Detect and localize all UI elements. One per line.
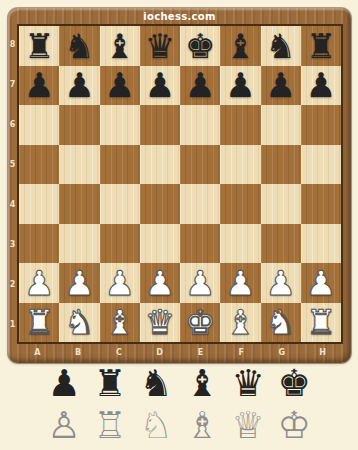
square-e8[interactable]: ♚	[180, 26, 220, 66]
tray-black-rook[interactable]: ♜	[93, 362, 127, 406]
rank-labels: 87654321	[8, 24, 17, 344]
piece-white-pawn[interactable]: ♟	[306, 266, 336, 300]
square-f3[interactable]	[220, 224, 260, 264]
square-f5[interactable]	[220, 145, 260, 185]
square-b3[interactable]	[59, 224, 99, 264]
rank-label-2: 2	[8, 264, 17, 304]
tray-white-king[interactable]: ♔	[277, 404, 311, 448]
square-f4[interactable]	[220, 184, 260, 224]
chess-board: iochess.com 87654321 ♜♞♝♛♚♝♞♜♟♟♟♟♟♟♟♟♟♟♟…	[8, 8, 351, 363]
square-c1[interactable]: ♝	[100, 303, 140, 343]
piece-white-bishop[interactable]: ♝	[225, 305, 255, 339]
square-h6[interactable]	[301, 105, 341, 145]
piece-white-pawn[interactable]: ♟	[24, 266, 54, 300]
square-d2[interactable]: ♟	[140, 263, 180, 303]
rank-label-1: 1	[8, 304, 17, 344]
board-title: iochess.com	[8, 8, 351, 24]
square-c3[interactable]	[100, 224, 140, 264]
square-d8[interactable]: ♛	[140, 26, 180, 66]
square-a6[interactable]	[19, 105, 59, 145]
square-g6[interactable]	[261, 105, 301, 145]
rank-label-7: 7	[8, 64, 17, 104]
square-f2[interactable]: ♟	[220, 263, 260, 303]
square-e3[interactable]	[180, 224, 220, 264]
rank-label-6: 6	[8, 104, 17, 144]
piece-white-king[interactable]: ♚	[185, 305, 215, 339]
piece-black-pawn[interactable]: ♟	[64, 68, 94, 102]
piece-black-knight[interactable]: ♞	[265, 29, 295, 63]
piece-white-rook[interactable]: ♜	[306, 305, 336, 339]
square-h3[interactable]	[301, 224, 341, 264]
square-e4[interactable]	[180, 184, 220, 224]
piece-black-bishop[interactable]: ♝	[225, 29, 255, 63]
tray-black-king[interactable]: ♚	[277, 362, 311, 406]
square-e5[interactable]	[180, 145, 220, 185]
square-h7[interactable]: ♟	[301, 66, 341, 106]
tray-white-knight[interactable]: ♘	[139, 404, 173, 448]
square-a1[interactable]: ♜	[19, 303, 59, 343]
piece-black-king[interactable]: ♚	[185, 29, 215, 63]
piece-black-pawn[interactable]: ♟	[185, 68, 215, 102]
square-d1[interactable]: ♛	[140, 303, 180, 343]
square-a8[interactable]: ♜	[19, 26, 59, 66]
square-b4[interactable]	[59, 184, 99, 224]
square-g8[interactable]: ♞	[261, 26, 301, 66]
page: { "game": "chess", "position": { "fen": …	[0, 0, 358, 450]
square-f8[interactable]: ♝	[220, 26, 260, 66]
square-e6[interactable]	[180, 105, 220, 145]
piece-black-pawn[interactable]: ♟	[265, 68, 295, 102]
square-g1[interactable]: ♞	[261, 303, 301, 343]
piece-white-knight[interactable]: ♞	[265, 305, 295, 339]
file-label-c: C	[99, 344, 140, 363]
piece-white-pawn[interactable]: ♟	[64, 266, 94, 300]
piece-black-pawn[interactable]: ♟	[24, 68, 54, 102]
square-g4[interactable]	[261, 184, 301, 224]
tray-black-pieces: ♟♜♞♝♛♚	[0, 362, 358, 406]
board-grid: ♜♞♝♛♚♝♞♜♟♟♟♟♟♟♟♟♟♟♟♟♟♟♟♟♜♞♝♛♚♝♞♜	[19, 26, 341, 342]
file-labels: ABCDEFGH	[17, 344, 343, 363]
square-g5[interactable]	[261, 145, 301, 185]
square-b8[interactable]: ♞	[59, 26, 99, 66]
square-a2[interactable]: ♟	[19, 263, 59, 303]
rank-label-4: 4	[8, 184, 17, 224]
piece-black-pawn[interactable]: ♟	[306, 68, 336, 102]
piece-black-bishop[interactable]: ♝	[104, 29, 134, 63]
piece-black-knight[interactable]: ♞	[64, 29, 94, 63]
file-label-g: G	[262, 344, 303, 363]
file-label-f: F	[221, 344, 262, 363]
square-g2[interactable]: ♟	[261, 263, 301, 303]
square-c2[interactable]: ♟	[100, 263, 140, 303]
square-e2[interactable]: ♟	[180, 263, 220, 303]
piece-white-bishop[interactable]: ♝	[104, 305, 134, 339]
square-e1[interactable]: ♚	[180, 303, 220, 343]
square-c8[interactable]: ♝	[100, 26, 140, 66]
square-f1[interactable]: ♝	[220, 303, 260, 343]
square-b2[interactable]: ♟	[59, 263, 99, 303]
piece-black-rook[interactable]: ♜	[24, 29, 54, 63]
square-f6[interactable]	[220, 105, 260, 145]
tray-black-knight[interactable]: ♞	[139, 362, 173, 406]
piece-black-queen[interactable]: ♛	[145, 29, 175, 63]
file-label-e: E	[180, 344, 221, 363]
tray-white-queen[interactable]: ♕	[231, 404, 265, 448]
square-b7[interactable]: ♟	[59, 66, 99, 106]
file-label-h: H	[302, 344, 343, 363]
tray-black-queen[interactable]: ♛	[231, 362, 265, 406]
square-d4[interactable]	[140, 184, 180, 224]
piece-white-queen[interactable]: ♛	[145, 305, 175, 339]
piece-black-rook[interactable]: ♜	[306, 29, 336, 63]
rank-label-8: 8	[8, 24, 17, 64]
square-b5[interactable]	[59, 145, 99, 185]
square-g3[interactable]	[261, 224, 301, 264]
tray-black-bishop[interactable]: ♝	[185, 362, 219, 406]
piece-white-pawn[interactable]: ♟	[145, 266, 175, 300]
square-b6[interactable]	[59, 105, 99, 145]
square-f7[interactable]: ♟	[220, 66, 260, 106]
piece-white-pawn[interactable]: ♟	[265, 266, 295, 300]
square-h4[interactable]	[301, 184, 341, 224]
file-label-b: B	[58, 344, 99, 363]
square-d7[interactable]: ♟	[140, 66, 180, 106]
square-e7[interactable]: ♟	[180, 66, 220, 106]
square-h2[interactable]: ♟	[301, 263, 341, 303]
square-c5[interactable]	[100, 145, 140, 185]
tray-white-pieces: ♙♖♘♗♕♔	[0, 404, 358, 448]
square-g7[interactable]: ♟	[261, 66, 301, 106]
piece-white-pawn[interactable]: ♟	[104, 266, 134, 300]
tray-white-bishop[interactable]: ♗	[185, 404, 219, 448]
square-c6[interactable]	[100, 105, 140, 145]
square-b1[interactable]: ♞	[59, 303, 99, 343]
square-h1[interactable]: ♜	[301, 303, 341, 343]
square-h8[interactable]: ♜	[301, 26, 341, 66]
piece-white-rook[interactable]: ♜	[24, 305, 54, 339]
tray-white-pawn[interactable]: ♙	[47, 404, 81, 448]
piece-white-pawn[interactable]: ♟	[185, 266, 215, 300]
square-a5[interactable]	[19, 145, 59, 185]
piece-black-pawn[interactable]: ♟	[104, 68, 134, 102]
piece-black-pawn[interactable]: ♟	[145, 68, 175, 102]
square-a4[interactable]	[19, 184, 59, 224]
tray-black-pawn[interactable]: ♟	[47, 362, 81, 406]
square-d3[interactable]	[140, 224, 180, 264]
file-label-d: D	[139, 344, 180, 363]
square-d6[interactable]	[140, 105, 180, 145]
square-a3[interactable]	[19, 224, 59, 264]
piece-black-pawn[interactable]: ♟	[225, 68, 255, 102]
tray-white-rook[interactable]: ♖	[93, 404, 127, 448]
square-d5[interactable]	[140, 145, 180, 185]
rank-label-3: 3	[8, 224, 17, 264]
square-h5[interactable]	[301, 145, 341, 185]
board-inner: ♜♞♝♛♚♝♞♜♟♟♟♟♟♟♟♟♟♟♟♟♟♟♟♟♜♞♝♛♚♝♞♜	[17, 24, 343, 344]
rank-label-5: 5	[8, 144, 17, 184]
piece-white-pawn[interactable]: ♟	[225, 266, 255, 300]
square-c7[interactable]: ♟	[100, 66, 140, 106]
file-label-a: A	[17, 344, 58, 363]
square-a7[interactable]: ♟	[19, 66, 59, 106]
piece-white-knight[interactable]: ♞	[64, 305, 94, 339]
square-c4[interactable]	[100, 184, 140, 224]
